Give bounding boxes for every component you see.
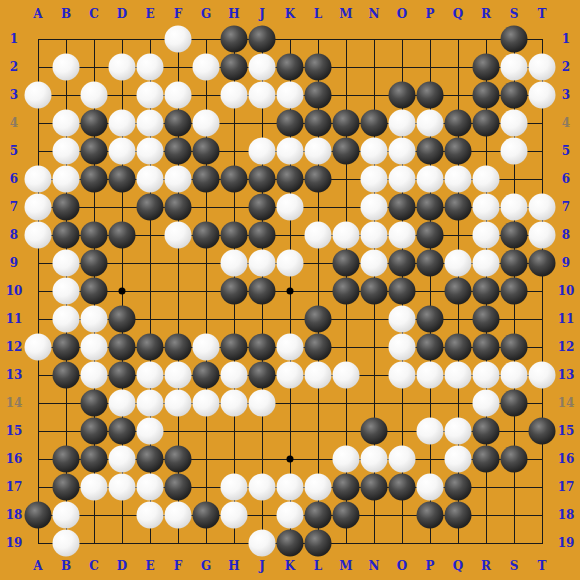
black-stone-M10[interactable] xyxy=(333,278,360,305)
star-point-K10 xyxy=(287,288,294,295)
black-stone-Q18[interactable] xyxy=(445,502,472,529)
black-stone-R4[interactable] xyxy=(473,110,500,137)
white-stone-E4[interactable] xyxy=(137,110,164,137)
black-stone-N4[interactable] xyxy=(361,110,388,137)
row-label-left-14: 14 xyxy=(6,397,23,409)
white-stone-R9[interactable] xyxy=(473,250,500,277)
go-board-screen: ABCDEFGHJKLMNOPQRST ABCDEFGHJKLMNOPQRST … xyxy=(0,0,580,580)
white-stone-G2[interactable] xyxy=(193,54,220,81)
black-stone-E16[interactable] xyxy=(137,446,164,473)
black-stone-E12[interactable] xyxy=(137,334,164,361)
white-stone-E5[interactable] xyxy=(137,138,164,165)
black-stone-D12[interactable] xyxy=(109,334,136,361)
row-label-right-16: 16 xyxy=(558,453,575,465)
black-stone-L11[interactable] xyxy=(305,306,332,333)
black-stone-P5[interactable] xyxy=(417,138,444,165)
row-label-left-9: 9 xyxy=(10,257,18,269)
white-stone-Q9[interactable] xyxy=(445,250,472,277)
white-stone-L5[interactable] xyxy=(305,138,332,165)
white-stone-J14[interactable] xyxy=(249,390,276,417)
black-stone-R12[interactable] xyxy=(473,334,500,361)
white-stone-M8[interactable] xyxy=(333,222,360,249)
white-stone-Q16[interactable] xyxy=(445,446,472,473)
black-stone-G6[interactable] xyxy=(193,166,220,193)
white-stone-R14[interactable] xyxy=(473,390,500,417)
black-stone-J7[interactable] xyxy=(249,194,276,221)
col-label-top-L: L xyxy=(314,8,322,20)
white-stone-P6[interactable] xyxy=(417,166,444,193)
white-stone-T13[interactable] xyxy=(529,362,556,389)
white-stone-L17[interactable] xyxy=(305,474,332,501)
black-stone-R2[interactable] xyxy=(473,54,500,81)
row-label-right-19: 19 xyxy=(558,537,575,549)
row-label-left-12: 12 xyxy=(6,341,23,353)
black-stone-M18[interactable] xyxy=(333,502,360,529)
col-label-top-T: T xyxy=(538,8,547,20)
row-label-left-19: 19 xyxy=(6,537,23,549)
col-label-bottom-G: G xyxy=(201,560,211,572)
white-stone-E17[interactable] xyxy=(137,474,164,501)
white-stone-O16[interactable] xyxy=(389,446,416,473)
black-stone-B13[interactable] xyxy=(53,362,80,389)
black-stone-G8[interactable] xyxy=(193,222,220,249)
row-label-right-8: 8 xyxy=(562,229,570,241)
black-stone-B16[interactable] xyxy=(53,446,80,473)
black-stone-S12[interactable] xyxy=(501,334,528,361)
black-stone-G18[interactable] xyxy=(193,502,220,529)
col-label-top-O: O xyxy=(397,8,407,20)
col-label-bottom-B: B xyxy=(61,560,71,572)
col-label-bottom-O: O xyxy=(397,560,407,572)
white-stone-B18[interactable] xyxy=(53,502,80,529)
white-stone-K3[interactable] xyxy=(277,82,304,109)
white-stone-P17[interactable] xyxy=(417,474,444,501)
black-stone-C9[interactable] xyxy=(81,250,108,277)
black-stone-S10[interactable] xyxy=(501,278,528,305)
col-label-top-C: C xyxy=(89,8,99,20)
black-stone-K6[interactable] xyxy=(277,166,304,193)
white-stone-A8[interactable] xyxy=(25,222,52,249)
white-stone-A3[interactable] xyxy=(25,82,52,109)
white-stone-K5[interactable] xyxy=(277,138,304,165)
white-stone-R13[interactable] xyxy=(473,362,500,389)
black-stone-S14[interactable] xyxy=(501,390,528,417)
white-stone-O12[interactable] xyxy=(389,334,416,361)
row-label-left-18: 18 xyxy=(6,509,23,521)
col-label-bottom-D: D xyxy=(117,560,127,572)
black-stone-J1[interactable] xyxy=(249,26,276,53)
white-stone-P13[interactable] xyxy=(417,362,444,389)
col-label-bottom-J: J xyxy=(259,560,265,572)
white-stone-N5[interactable] xyxy=(361,138,388,165)
white-stone-N8[interactable] xyxy=(361,222,388,249)
white-stone-K13[interactable] xyxy=(277,362,304,389)
white-stone-B6[interactable] xyxy=(53,166,80,193)
white-stone-H13[interactable] xyxy=(221,362,248,389)
black-stone-F17[interactable] xyxy=(165,474,192,501)
col-label-top-N: N xyxy=(369,8,380,20)
col-label-top-B: B xyxy=(61,8,71,20)
black-stone-J8[interactable] xyxy=(249,222,276,249)
white-stone-F18[interactable] xyxy=(165,502,192,529)
white-stone-Q6[interactable] xyxy=(445,166,472,193)
black-stone-C16[interactable] xyxy=(81,446,108,473)
black-stone-B17[interactable] xyxy=(53,474,80,501)
black-stone-L4[interactable] xyxy=(305,110,332,137)
white-stone-N16[interactable] xyxy=(361,446,388,473)
row-label-right-10: 10 xyxy=(558,285,575,297)
row-label-left-1: 1 xyxy=(10,33,18,45)
black-stone-S3[interactable] xyxy=(501,82,528,109)
white-stone-E14[interactable] xyxy=(137,390,164,417)
black-stone-L12[interactable] xyxy=(305,334,332,361)
row-label-left-13: 13 xyxy=(6,369,23,381)
black-stone-B8[interactable] xyxy=(53,222,80,249)
white-stone-D2[interactable] xyxy=(109,54,136,81)
white-stone-E15[interactable] xyxy=(137,418,164,445)
black-stone-J6[interactable] xyxy=(249,166,276,193)
black-stone-P3[interactable] xyxy=(417,82,444,109)
black-stone-O17[interactable] xyxy=(389,474,416,501)
col-label-bottom-M: M xyxy=(339,560,352,572)
col-label-bottom-A: A xyxy=(33,560,42,572)
white-stone-B10[interactable] xyxy=(53,278,80,305)
white-stone-T7[interactable] xyxy=(529,194,556,221)
row-label-left-4: 4 xyxy=(10,117,18,129)
white-stone-F3[interactable] xyxy=(165,82,192,109)
black-stone-B7[interactable] xyxy=(53,194,80,221)
black-stone-Q17[interactable] xyxy=(445,474,472,501)
black-stone-G5[interactable] xyxy=(193,138,220,165)
black-stone-R10[interactable] xyxy=(473,278,500,305)
row-label-right-7: 7 xyxy=(562,201,570,213)
black-stone-P8[interactable] xyxy=(417,222,444,249)
black-stone-P11[interactable] xyxy=(417,306,444,333)
black-stone-M9[interactable] xyxy=(333,250,360,277)
white-stone-J5[interactable] xyxy=(249,138,276,165)
col-label-top-D: D xyxy=(117,8,127,20)
black-stone-N10[interactable] xyxy=(361,278,388,305)
white-stone-H9[interactable] xyxy=(221,250,248,277)
black-stone-C4[interactable] xyxy=(81,110,108,137)
white-stone-M16[interactable] xyxy=(333,446,360,473)
white-stone-F13[interactable] xyxy=(165,362,192,389)
white-stone-R7[interactable] xyxy=(473,194,500,221)
white-stone-L13[interactable] xyxy=(305,362,332,389)
black-stone-F5[interactable] xyxy=(165,138,192,165)
black-stone-D13[interactable] xyxy=(109,362,136,389)
col-label-bottom-R: R xyxy=(481,560,491,572)
white-stone-E13[interactable] xyxy=(137,362,164,389)
col-label-top-E: E xyxy=(145,8,154,20)
black-stone-J13[interactable] xyxy=(249,362,276,389)
white-stone-H14[interactable] xyxy=(221,390,248,417)
black-stone-B12[interactable] xyxy=(53,334,80,361)
white-stone-S5[interactable] xyxy=(501,138,528,165)
white-stone-K12[interactable] xyxy=(277,334,304,361)
white-stone-O13[interactable] xyxy=(389,362,416,389)
black-stone-S8[interactable] xyxy=(501,222,528,249)
star-point-K16 xyxy=(287,456,294,463)
white-stone-S2[interactable] xyxy=(501,54,528,81)
white-stone-O4[interactable] xyxy=(389,110,416,137)
white-stone-G14[interactable] xyxy=(193,390,220,417)
black-stone-H1[interactable] xyxy=(221,26,248,53)
black-stone-Q7[interactable] xyxy=(445,194,472,221)
white-stone-J17[interactable] xyxy=(249,474,276,501)
col-label-bottom-F: F xyxy=(174,560,183,572)
black-stone-R3[interactable] xyxy=(473,82,500,109)
row-label-right-11: 11 xyxy=(558,313,575,325)
black-stone-T15[interactable] xyxy=(529,418,556,445)
black-stone-J12[interactable] xyxy=(249,334,276,361)
black-stone-H8[interactable] xyxy=(221,222,248,249)
col-label-bottom-K: K xyxy=(285,560,295,572)
row-label-left-6: 6 xyxy=(10,173,18,185)
row-label-right-6: 6 xyxy=(562,173,570,185)
white-stone-F8[interactable] xyxy=(165,222,192,249)
black-stone-H2[interactable] xyxy=(221,54,248,81)
black-stone-M4[interactable] xyxy=(333,110,360,137)
col-label-bottom-S: S xyxy=(510,560,519,572)
white-stone-D5[interactable] xyxy=(109,138,136,165)
white-stone-O6[interactable] xyxy=(389,166,416,193)
black-stone-D11[interactable] xyxy=(109,306,136,333)
row-label-left-7: 7 xyxy=(10,201,18,213)
col-label-top-P: P xyxy=(425,8,434,20)
white-stone-S4[interactable] xyxy=(501,110,528,137)
white-stone-H3[interactable] xyxy=(221,82,248,109)
black-stone-P7[interactable] xyxy=(417,194,444,221)
black-stone-F12[interactable] xyxy=(165,334,192,361)
white-stone-A7[interactable] xyxy=(25,194,52,221)
white-stone-R6[interactable] xyxy=(473,166,500,193)
row-label-right-3: 3 xyxy=(562,89,570,101)
black-stone-R16[interactable] xyxy=(473,446,500,473)
star-point-D10 xyxy=(119,288,126,295)
row-label-right-4: 4 xyxy=(562,117,570,129)
black-stone-T9[interactable] xyxy=(529,250,556,277)
col-label-top-G: G xyxy=(201,8,211,20)
black-stone-P9[interactable] xyxy=(417,250,444,277)
white-stone-A6[interactable] xyxy=(25,166,52,193)
black-stone-S9[interactable] xyxy=(501,250,528,277)
white-stone-N6[interactable] xyxy=(361,166,388,193)
black-stone-H6[interactable] xyxy=(221,166,248,193)
row-label-left-10: 10 xyxy=(6,285,23,297)
row-label-left-11: 11 xyxy=(6,313,23,325)
black-stone-S16[interactable] xyxy=(501,446,528,473)
row-label-right-2: 2 xyxy=(562,61,570,73)
white-stone-H18[interactable] xyxy=(221,502,248,529)
row-label-right-15: 15 xyxy=(558,425,575,437)
white-stone-O8[interactable] xyxy=(389,222,416,249)
black-stone-L6[interactable] xyxy=(305,166,332,193)
black-stone-C10[interactable] xyxy=(81,278,108,305)
white-stone-M13[interactable] xyxy=(333,362,360,389)
white-stone-K7[interactable] xyxy=(277,194,304,221)
black-stone-Q10[interactable] xyxy=(445,278,472,305)
white-stone-L8[interactable] xyxy=(305,222,332,249)
row-label-right-12: 12 xyxy=(558,341,575,353)
col-label-top-Q: Q xyxy=(453,8,463,20)
black-stone-F7[interactable] xyxy=(165,194,192,221)
black-stone-K4[interactable] xyxy=(277,110,304,137)
col-label-bottom-E: E xyxy=(145,560,154,572)
col-label-top-S: S xyxy=(510,8,519,20)
black-stone-L3[interactable] xyxy=(305,82,332,109)
row-label-right-9: 9 xyxy=(562,257,570,269)
row-label-right-18: 18 xyxy=(558,509,575,521)
white-stone-B2[interactable] xyxy=(53,54,80,81)
black-stone-N15[interactable] xyxy=(361,418,388,445)
white-stone-K17[interactable] xyxy=(277,474,304,501)
black-stone-P18[interactable] xyxy=(417,502,444,529)
black-stone-F16[interactable] xyxy=(165,446,192,473)
col-label-bottom-C: C xyxy=(89,560,99,572)
black-stone-E7[interactable] xyxy=(137,194,164,221)
black-stone-L18[interactable] xyxy=(305,502,332,529)
white-stone-R8[interactable] xyxy=(473,222,500,249)
row-label-right-14: 14 xyxy=(558,397,575,409)
row-label-right-1: 1 xyxy=(562,33,570,45)
black-stone-C5[interactable] xyxy=(81,138,108,165)
col-label-bottom-L: L xyxy=(314,560,322,572)
white-stone-H17[interactable] xyxy=(221,474,248,501)
white-stone-Q15[interactable] xyxy=(445,418,472,445)
white-stone-B19[interactable] xyxy=(53,530,80,557)
row-label-left-5: 5 xyxy=(10,145,18,157)
black-stone-Q12[interactable] xyxy=(445,334,472,361)
white-stone-K18[interactable] xyxy=(277,502,304,529)
col-label-bottom-N: N xyxy=(369,560,380,572)
white-stone-S13[interactable] xyxy=(501,362,528,389)
black-stone-P12[interactable] xyxy=(417,334,444,361)
white-stone-E18[interactable] xyxy=(137,502,164,529)
col-label-top-A: A xyxy=(33,8,42,20)
black-stone-R11[interactable] xyxy=(473,306,500,333)
black-stone-C14[interactable] xyxy=(81,390,108,417)
white-stone-C13[interactable] xyxy=(81,362,108,389)
black-stone-H12[interactable] xyxy=(221,334,248,361)
black-stone-J10[interactable] xyxy=(249,278,276,305)
black-stone-S1[interactable] xyxy=(501,26,528,53)
black-stone-L2[interactable] xyxy=(305,54,332,81)
black-stone-L19[interactable] xyxy=(305,530,332,557)
row-label-left-3: 3 xyxy=(10,89,18,101)
black-stone-C6[interactable] xyxy=(81,166,108,193)
black-stone-H10[interactable] xyxy=(221,278,248,305)
black-stone-Q5[interactable] xyxy=(445,138,472,165)
black-stone-O10[interactable] xyxy=(389,278,416,305)
white-stone-C11[interactable] xyxy=(81,306,108,333)
col-label-top-J: J xyxy=(259,8,265,20)
white-stone-G4[interactable] xyxy=(193,110,220,137)
white-stone-C17[interactable] xyxy=(81,474,108,501)
black-stone-D15[interactable] xyxy=(109,418,136,445)
white-stone-F1[interactable] xyxy=(165,26,192,53)
white-stone-J19[interactable] xyxy=(249,530,276,557)
row-label-right-5: 5 xyxy=(562,145,570,157)
black-stone-C15[interactable] xyxy=(81,418,108,445)
white-stone-N7[interactable] xyxy=(361,194,388,221)
row-label-right-17: 17 xyxy=(558,481,575,493)
black-stone-G13[interactable] xyxy=(193,362,220,389)
row-label-left-2: 2 xyxy=(10,61,18,73)
black-stone-M5[interactable] xyxy=(333,138,360,165)
black-stone-O3[interactable] xyxy=(389,82,416,109)
white-stone-J9[interactable] xyxy=(249,250,276,277)
row-label-left-8: 8 xyxy=(10,229,18,241)
white-stone-Q13[interactable] xyxy=(445,362,472,389)
black-stone-R15[interactable] xyxy=(473,418,500,445)
col-label-top-R: R xyxy=(481,8,491,20)
black-stone-O9[interactable] xyxy=(389,250,416,277)
black-stone-K19[interactable] xyxy=(277,530,304,557)
white-stone-B11[interactable] xyxy=(53,306,80,333)
white-stone-D4[interactable] xyxy=(109,110,136,137)
white-stone-T3[interactable] xyxy=(529,82,556,109)
white-stone-N9[interactable] xyxy=(361,250,388,277)
black-stone-Q4[interactable] xyxy=(445,110,472,137)
white-stone-C3[interactable] xyxy=(81,82,108,109)
col-label-bottom-Q: Q xyxy=(453,560,463,572)
white-stone-J3[interactable] xyxy=(249,82,276,109)
white-stone-F14[interactable] xyxy=(165,390,192,417)
white-stone-B9[interactable] xyxy=(53,250,80,277)
black-stone-K2[interactable] xyxy=(277,54,304,81)
white-stone-T2[interactable] xyxy=(529,54,556,81)
white-stone-O5[interactable] xyxy=(389,138,416,165)
white-stone-D16[interactable] xyxy=(109,446,136,473)
col-label-top-M: M xyxy=(339,8,352,20)
white-stone-P15[interactable] xyxy=(417,418,444,445)
white-stone-D14[interactable] xyxy=(109,390,136,417)
col-label-top-K: K xyxy=(285,8,295,20)
white-stone-D17[interactable] xyxy=(109,474,136,501)
white-stone-G12[interactable] xyxy=(193,334,220,361)
white-stone-J2[interactable] xyxy=(249,54,276,81)
white-stone-C12[interactable] xyxy=(81,334,108,361)
black-stone-A18[interactable] xyxy=(25,502,52,529)
black-stone-N17[interactable] xyxy=(361,474,388,501)
white-stone-F6[interactable] xyxy=(165,166,192,193)
white-stone-B4[interactable] xyxy=(53,110,80,137)
white-stone-A12[interactable] xyxy=(25,334,52,361)
white-stone-E3[interactable] xyxy=(137,82,164,109)
white-stone-E2[interactable] xyxy=(137,54,164,81)
white-stone-E6[interactable] xyxy=(137,166,164,193)
black-stone-D6[interactable] xyxy=(109,166,136,193)
black-stone-C8[interactable] xyxy=(81,222,108,249)
white-stone-P4[interactable] xyxy=(417,110,444,137)
white-stone-T8[interactable] xyxy=(529,222,556,249)
col-label-bottom-H: H xyxy=(228,560,239,572)
white-stone-K9[interactable] xyxy=(277,250,304,277)
black-stone-M17[interactable] xyxy=(333,474,360,501)
black-stone-D8[interactable] xyxy=(109,222,136,249)
col-label-bottom-T: T xyxy=(538,560,547,572)
black-stone-F4[interactable] xyxy=(165,110,192,137)
row-label-right-13: 13 xyxy=(558,369,575,381)
row-label-left-16: 16 xyxy=(6,453,23,465)
white-stone-S7[interactable] xyxy=(501,194,528,221)
black-stone-O7[interactable] xyxy=(389,194,416,221)
white-stone-B5[interactable] xyxy=(53,138,80,165)
col-label-top-H: H xyxy=(228,8,239,20)
white-stone-O11[interactable] xyxy=(389,306,416,333)
col-label-bottom-P: P xyxy=(425,560,434,572)
